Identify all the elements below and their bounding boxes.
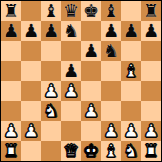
- square-b7[interactable]: ♟: [21, 21, 41, 41]
- square-e7[interactable]: [81, 21, 101, 41]
- square-e8[interactable]: ♚: [81, 1, 101, 21]
- square-e4[interactable]: [81, 81, 101, 101]
- square-d1[interactable]: ♛: [61, 141, 81, 161]
- square-h4[interactable]: [141, 81, 161, 101]
- square-f3[interactable]: [101, 101, 121, 121]
- white-pawn[interactable]: ♟: [103, 121, 119, 141]
- square-f7[interactable]: ♟: [101, 21, 121, 41]
- square-a6[interactable]: [1, 41, 21, 61]
- square-c7[interactable]: ♟: [41, 21, 61, 41]
- white-knight[interactable]: ♞: [123, 141, 139, 161]
- square-b3[interactable]: [21, 101, 41, 121]
- white-pawn[interactable]: ♟: [83, 101, 99, 121]
- black-queen[interactable]: ♛: [63, 1, 79, 21]
- white-pawn[interactable]: ♟: [123, 121, 139, 141]
- white-pawn[interactable]: ♟: [143, 121, 159, 141]
- black-pawn[interactable]: ♟: [83, 41, 99, 61]
- square-e6[interactable]: ♟: [81, 41, 101, 61]
- square-b2[interactable]: ♟: [21, 121, 41, 141]
- black-pawn[interactable]: ♟: [103, 21, 119, 41]
- white-pawn[interactable]: ♟: [23, 121, 39, 141]
- square-e5[interactable]: [81, 61, 101, 81]
- white-rook[interactable]: ♜: [143, 141, 159, 161]
- black-knight[interactable]: ♞: [103, 41, 119, 61]
- square-c3[interactable]: ♞: [41, 101, 61, 121]
- square-b5[interactable]: [21, 61, 41, 81]
- black-pawn[interactable]: ♟: [3, 21, 19, 41]
- white-rook[interactable]: ♜: [3, 141, 19, 161]
- black-king[interactable]: ♚: [83, 1, 99, 21]
- black-bishop[interactable]: ♝: [43, 1, 59, 21]
- chess-board: ♜♝♛♚♝♜♟♟♟♞♟♟♟♟♞♟♝♟♟♞♟♟♟♟♟♟♜♛♚♝♞♜: [0, 0, 162, 162]
- square-g1[interactable]: ♞: [121, 141, 141, 161]
- square-d8[interactable]: ♛: [61, 1, 81, 21]
- square-d6[interactable]: [61, 41, 81, 61]
- black-pawn[interactable]: ♟: [43, 21, 59, 41]
- square-b6[interactable]: [21, 41, 41, 61]
- black-pawn[interactable]: ♟: [23, 21, 39, 41]
- square-d5[interactable]: ♟: [61, 61, 81, 81]
- square-e3[interactable]: ♟: [81, 101, 101, 121]
- square-e2[interactable]: [81, 121, 101, 141]
- square-d4[interactable]: ♟: [61, 81, 81, 101]
- square-h5[interactable]: [141, 61, 161, 81]
- white-pawn[interactable]: ♟: [3, 121, 19, 141]
- black-rook[interactable]: ♜: [3, 1, 19, 21]
- white-queen[interactable]: ♛: [63, 141, 79, 161]
- square-a1[interactable]: ♜: [1, 141, 21, 161]
- square-a8[interactable]: ♜: [1, 1, 21, 21]
- square-c1[interactable]: [41, 141, 61, 161]
- square-e1[interactable]: ♚: [81, 141, 101, 161]
- square-g3[interactable]: [121, 101, 141, 121]
- square-a3[interactable]: [1, 101, 21, 121]
- white-bishop[interactable]: ♝: [103, 141, 119, 161]
- square-f4[interactable]: [101, 81, 121, 101]
- square-b4[interactable]: [21, 81, 41, 101]
- square-h3[interactable]: [141, 101, 161, 121]
- white-king[interactable]: ♚: [83, 141, 99, 161]
- square-b1[interactable]: [21, 141, 41, 161]
- white-pawn[interactable]: ♟: [43, 81, 59, 101]
- square-a7[interactable]: ♟: [1, 21, 21, 41]
- square-f8[interactable]: ♝: [101, 1, 121, 21]
- square-a4[interactable]: [1, 81, 21, 101]
- square-b8[interactable]: [21, 1, 41, 21]
- square-f6[interactable]: ♞: [101, 41, 121, 61]
- square-g7[interactable]: ♟: [121, 21, 141, 41]
- square-h6[interactable]: [141, 41, 161, 61]
- square-g4[interactable]: [121, 81, 141, 101]
- square-d7[interactable]: ♞: [61, 21, 81, 41]
- square-g6[interactable]: [121, 41, 141, 61]
- square-d3[interactable]: [61, 101, 81, 121]
- square-h2[interactable]: ♟: [141, 121, 161, 141]
- square-f1[interactable]: ♝: [101, 141, 121, 161]
- square-h8[interactable]: ♜: [141, 1, 161, 21]
- square-d2[interactable]: [61, 121, 81, 141]
- square-h1[interactable]: ♜: [141, 141, 161, 161]
- square-h7[interactable]: ♟: [141, 21, 161, 41]
- square-c5[interactable]: [41, 61, 61, 81]
- white-knight[interactable]: ♞: [43, 101, 59, 121]
- black-pawn[interactable]: ♟: [123, 21, 139, 41]
- square-g5[interactable]: ♝: [121, 61, 141, 81]
- square-c2[interactable]: [41, 121, 61, 141]
- white-pawn[interactable]: ♟: [63, 81, 79, 101]
- black-pawn[interactable]: ♟: [63, 61, 79, 81]
- black-bishop[interactable]: ♝: [103, 1, 119, 21]
- square-c4[interactable]: ♟: [41, 81, 61, 101]
- square-f2[interactable]: ♟: [101, 121, 121, 141]
- black-knight[interactable]: ♞: [63, 21, 79, 41]
- black-pawn[interactable]: ♟: [143, 21, 159, 41]
- square-g2[interactable]: ♟: [121, 121, 141, 141]
- square-c8[interactable]: ♝: [41, 1, 61, 21]
- black-rook[interactable]: ♜: [143, 1, 159, 21]
- square-a5[interactable]: [1, 61, 21, 81]
- square-a2[interactable]: ♟: [1, 121, 21, 141]
- square-c6[interactable]: [41, 41, 61, 61]
- white-bishop[interactable]: ♝: [123, 61, 139, 81]
- square-g8[interactable]: [121, 1, 141, 21]
- square-f5[interactable]: [101, 61, 121, 81]
